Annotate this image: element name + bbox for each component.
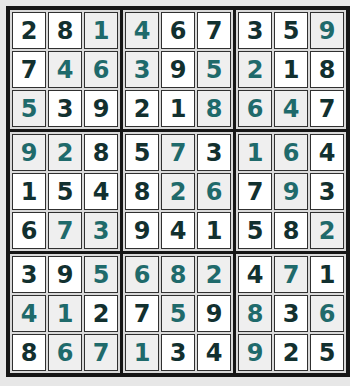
sudoku-box-5: 573826941	[123, 132, 233, 251]
sudoku-box-7: 395412867	[10, 254, 120, 373]
cell-r5c2[interactable]: 5	[48, 173, 82, 210]
cell-r5c1[interactable]: 1	[12, 173, 46, 210]
cell-r8c3[interactable]: 2	[84, 295, 118, 332]
cell-r2c6[interactable]: 5	[197, 51, 231, 88]
cell-r9c8[interactable]: 2	[274, 334, 308, 371]
cell-r3c9[interactable]: 7	[310, 90, 344, 127]
cell-r1c7[interactable]: 3	[238, 12, 272, 49]
cell-r8c2[interactable]: 1	[48, 295, 82, 332]
cell-r7c8[interactable]: 7	[274, 256, 308, 293]
cell-r4c5[interactable]: 7	[161, 134, 195, 171]
cell-r2c1[interactable]: 7	[12, 51, 46, 88]
cell-r1c6[interactable]: 7	[197, 12, 231, 49]
cell-r6c1[interactable]: 6	[12, 212, 46, 249]
cell-r9c6[interactable]: 4	[197, 334, 231, 371]
cell-r8c7[interactable]: 8	[238, 295, 272, 332]
sudoku-box-9: 471836925	[236, 254, 346, 373]
sudoku-board: 2817465394673952183592186479281546735738…	[6, 6, 350, 377]
cell-r3c1[interactable]: 5	[12, 90, 46, 127]
cell-r7c9[interactable]: 1	[310, 256, 344, 293]
cell-r7c2[interactable]: 9	[48, 256, 82, 293]
cell-r9c2[interactable]: 6	[48, 334, 82, 371]
sudoku-box-grid: 2817465394673952183592186479281546735738…	[10, 10, 346, 373]
cell-r6c4[interactable]: 9	[125, 212, 159, 249]
cell-r2c8[interactable]: 1	[274, 51, 308, 88]
cell-r5c5[interactable]: 2	[161, 173, 195, 210]
cell-r7c6[interactable]: 2	[197, 256, 231, 293]
cell-r1c9[interactable]: 9	[310, 12, 344, 49]
cell-r1c5[interactable]: 6	[161, 12, 195, 49]
sudoku-box-1: 281746539	[10, 10, 120, 129]
cell-r4c7[interactable]: 1	[238, 134, 272, 171]
cell-r8c9[interactable]: 6	[310, 295, 344, 332]
cell-r7c4[interactable]: 6	[125, 256, 159, 293]
cell-r4c4[interactable]: 5	[125, 134, 159, 171]
cell-r3c7[interactable]: 6	[238, 90, 272, 127]
sudoku-box-2: 467395218	[123, 10, 233, 129]
cell-r4c1[interactable]: 9	[12, 134, 46, 171]
cell-r8c4[interactable]: 7	[125, 295, 159, 332]
cell-r7c7[interactable]: 4	[238, 256, 272, 293]
cell-r6c3[interactable]: 3	[84, 212, 118, 249]
cell-r5c3[interactable]: 4	[84, 173, 118, 210]
cell-r2c5[interactable]: 9	[161, 51, 195, 88]
cell-r3c6[interactable]: 8	[197, 90, 231, 127]
cell-r6c5[interactable]: 4	[161, 212, 195, 249]
cell-r2c4[interactable]: 3	[125, 51, 159, 88]
cell-r7c5[interactable]: 8	[161, 256, 195, 293]
sudoku-box-3: 359218647	[236, 10, 346, 129]
cell-r5c9[interactable]: 3	[310, 173, 344, 210]
cell-r8c1[interactable]: 4	[12, 295, 46, 332]
cell-r7c1[interactable]: 3	[12, 256, 46, 293]
cell-r6c6[interactable]: 1	[197, 212, 231, 249]
cell-r8c8[interactable]: 3	[274, 295, 308, 332]
cell-r9c7[interactable]: 9	[238, 334, 272, 371]
cell-r1c8[interactable]: 5	[274, 12, 308, 49]
cell-r9c4[interactable]: 1	[125, 334, 159, 371]
cell-r4c9[interactable]: 4	[310, 134, 344, 171]
cell-r7c3[interactable]: 5	[84, 256, 118, 293]
cell-r5c4[interactable]: 8	[125, 173, 159, 210]
cell-r5c7[interactable]: 7	[238, 173, 272, 210]
cell-r3c3[interactable]: 9	[84, 90, 118, 127]
cell-r4c6[interactable]: 3	[197, 134, 231, 171]
cell-r1c3[interactable]: 1	[84, 12, 118, 49]
cell-r3c5[interactable]: 1	[161, 90, 195, 127]
cell-r9c1[interactable]: 8	[12, 334, 46, 371]
cell-r2c9[interactable]: 8	[310, 51, 344, 88]
cell-r2c2[interactable]: 4	[48, 51, 82, 88]
cell-r6c8[interactable]: 8	[274, 212, 308, 249]
cell-r8c5[interactable]: 5	[161, 295, 195, 332]
cell-r4c2[interactable]: 2	[48, 134, 82, 171]
cell-r1c4[interactable]: 4	[125, 12, 159, 49]
cell-r9c3[interactable]: 7	[84, 334, 118, 371]
sudoku-box-8: 682759134	[123, 254, 233, 373]
cell-r5c8[interactable]: 9	[274, 173, 308, 210]
cell-r3c2[interactable]: 3	[48, 90, 82, 127]
cell-r3c8[interactable]: 4	[274, 90, 308, 127]
cell-r5c6[interactable]: 6	[197, 173, 231, 210]
cell-r3c4[interactable]: 2	[125, 90, 159, 127]
cell-r4c8[interactable]: 6	[274, 134, 308, 171]
cell-r1c2[interactable]: 8	[48, 12, 82, 49]
cell-r6c9[interactable]: 2	[310, 212, 344, 249]
cell-r2c3[interactable]: 6	[84, 51, 118, 88]
cell-r9c5[interactable]: 3	[161, 334, 195, 371]
sudoku-box-4: 928154673	[10, 132, 120, 251]
cell-r6c7[interactable]: 5	[238, 212, 272, 249]
cell-r2c7[interactable]: 2	[238, 51, 272, 88]
cell-r6c2[interactable]: 7	[48, 212, 82, 249]
sudoku-box-6: 164793582	[236, 132, 346, 251]
cell-r8c6[interactable]: 9	[197, 295, 231, 332]
cell-r1c1[interactable]: 2	[12, 12, 46, 49]
cell-r4c3[interactable]: 8	[84, 134, 118, 171]
cell-r9c9[interactable]: 5	[310, 334, 344, 371]
